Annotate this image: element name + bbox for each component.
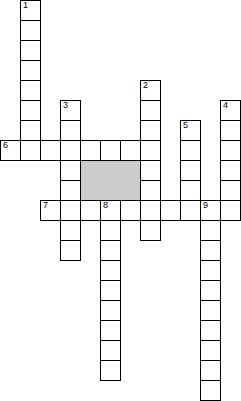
grid-cell-c3-r6[interactable] — [60, 120, 81, 141]
grid-cell-c10-r13[interactable] — [200, 260, 221, 281]
grid-cell-c1-r0[interactable]: 1 — [20, 0, 41, 21]
grid-cell-c11-r9[interactable] — [220, 180, 241, 201]
grid-cell-c5-r16[interactable] — [100, 320, 121, 341]
grid-cell-c8-r10[interactable] — [160, 200, 181, 221]
clue-number-2: 2 — [143, 81, 148, 90]
grid-cell-c6-r10[interactable] — [120, 200, 141, 221]
grid-cell-c11-r7[interactable] — [220, 140, 241, 161]
grid-cell-c11-r8[interactable] — [220, 160, 241, 181]
grid-cell-c10-r12[interactable] — [200, 240, 221, 261]
grid-cell-c7-r5[interactable] — [140, 100, 161, 121]
grid-cell-c11-r6[interactable] — [220, 120, 241, 141]
grid-cell-c11-r5[interactable]: 4 — [220, 100, 241, 121]
grid-cell-c3-r12[interactable] — [60, 240, 81, 261]
grid-cell-c10-r17[interactable] — [200, 340, 221, 361]
grid-cell-c10-r19[interactable] — [200, 380, 221, 401]
grid-cell-c7-r7[interactable] — [140, 140, 161, 161]
clue-number-6: 6 — [3, 141, 8, 150]
grid-cell-c3-r10[interactable] — [60, 200, 81, 221]
grid-cell-c10-r15[interactable] — [200, 300, 221, 321]
grid-cell-c5-r12[interactable] — [100, 240, 121, 261]
grid-cell-c9-r7[interactable] — [180, 140, 201, 161]
grid-cell-c4-r10[interactable] — [80, 200, 101, 221]
grid-cell-c7-r4[interactable]: 2 — [140, 80, 161, 101]
crossword-grid: 123456789 — [0, 0, 241, 401]
grid-cell-c5-r11[interactable] — [100, 220, 121, 241]
grid-cell-c5-r15[interactable] — [100, 300, 121, 321]
grid-cell-c2-r10[interactable]: 7 — [40, 200, 61, 221]
grid-cell-c7-r11[interactable] — [140, 220, 161, 241]
grid-cell-c3-r5[interactable]: 3 — [60, 100, 81, 121]
grid-cell-c4-r7[interactable] — [80, 140, 101, 161]
grid-cell-c5-r18[interactable] — [100, 360, 121, 381]
grid-cell-c5-r10[interactable]: 8 — [100, 200, 121, 221]
grid-cell-c5-r7[interactable] — [100, 140, 121, 161]
clue-number-3: 3 — [63, 101, 68, 110]
grid-cell-c1-r6[interactable] — [20, 120, 41, 141]
grid-cell-c10-r11[interactable] — [200, 220, 221, 241]
grid-cell-c10-r10[interactable]: 9 — [200, 200, 221, 221]
shaded-block — [80, 160, 141, 201]
grid-cell-c7-r8[interactable] — [140, 160, 161, 181]
grid-cell-c9-r9[interactable] — [180, 180, 201, 201]
grid-cell-c10-r14[interactable] — [200, 280, 221, 301]
grid-cell-c9-r6[interactable]: 5 — [180, 120, 201, 141]
grid-cell-c1-r5[interactable] — [20, 100, 41, 121]
grid-cell-c0-r7[interactable]: 6 — [0, 140, 21, 161]
grid-cell-c5-r14[interactable] — [100, 280, 121, 301]
grid-cell-c11-r10[interactable] — [220, 200, 241, 221]
grid-cell-c5-r17[interactable] — [100, 340, 121, 361]
grid-cell-c7-r10[interactable] — [140, 200, 161, 221]
clue-number-7: 7 — [43, 201, 48, 210]
grid-cell-c9-r10[interactable] — [180, 200, 201, 221]
clue-number-5: 5 — [183, 121, 188, 130]
grid-cell-c6-r7[interactable] — [120, 140, 141, 161]
grid-cell-c7-r6[interactable] — [140, 120, 161, 141]
grid-cell-c3-r9[interactable] — [60, 180, 81, 201]
grid-cell-c1-r3[interactable] — [20, 60, 41, 81]
clue-number-4: 4 — [223, 101, 228, 110]
grid-cell-c3-r8[interactable] — [60, 160, 81, 181]
grid-cell-c9-r8[interactable] — [180, 160, 201, 181]
clue-number-1: 1 — [23, 1, 28, 10]
clue-number-8: 8 — [103, 201, 108, 210]
grid-cell-c1-r4[interactable] — [20, 80, 41, 101]
grid-cell-c5-r13[interactable] — [100, 260, 121, 281]
grid-cell-c1-r2[interactable] — [20, 40, 41, 61]
grid-cell-c1-r7[interactable] — [20, 140, 41, 161]
grid-cell-c2-r7[interactable] — [40, 140, 61, 161]
grid-cell-c3-r7[interactable] — [60, 140, 81, 161]
clue-number-9: 9 — [203, 201, 208, 210]
grid-cell-c7-r9[interactable] — [140, 180, 161, 201]
grid-cell-c10-r18[interactable] — [200, 360, 221, 381]
grid-cell-c1-r1[interactable] — [20, 20, 41, 41]
grid-cell-c10-r16[interactable] — [200, 320, 221, 341]
grid-cell-c3-r11[interactable] — [60, 220, 81, 241]
